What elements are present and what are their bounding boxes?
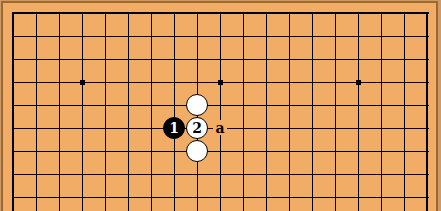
grid-line-vertical	[36, 12, 37, 211]
grid-line-vertical	[105, 12, 106, 211]
grid-line-vertical	[358, 12, 359, 211]
grid-line-horizontal	[12, 197, 429, 198]
grid-line-vertical	[426, 12, 428, 211]
grid-line-vertical	[312, 12, 313, 211]
grid-line-horizontal	[12, 174, 429, 175]
grid-line-horizontal	[12, 36, 429, 37]
grid-line-horizontal	[12, 59, 429, 60]
grid-line-vertical	[151, 12, 152, 211]
stone-number: 1	[169, 121, 179, 135]
stone-number: 2	[192, 121, 202, 135]
grid-line-vertical	[220, 12, 221, 211]
star-point	[218, 80, 223, 85]
grid-line-horizontal	[12, 151, 429, 152]
grid-line-vertical	[404, 12, 405, 211]
grid-line-vertical	[174, 12, 175, 211]
grid-line-vertical	[335, 12, 336, 211]
grid-line-vertical	[82, 12, 83, 211]
stone-white: 2	[186, 117, 208, 139]
star-point	[356, 80, 361, 85]
grid-line-horizontal	[12, 105, 429, 106]
stone-black: 1	[163, 117, 185, 139]
grid-line-vertical	[266, 12, 267, 211]
go-board: 12a	[0, 0, 441, 211]
grid-line-vertical	[128, 12, 129, 211]
stone-white	[186, 140, 208, 162]
grid-line-vertical	[12, 12, 14, 211]
grid-line-vertical	[59, 12, 60, 211]
star-point	[80, 80, 85, 85]
grid-line-vertical	[381, 12, 382, 211]
point-label-a: a	[213, 120, 227, 135]
grid-line-horizontal	[12, 12, 429, 14]
grid-line-vertical	[289, 12, 290, 211]
grid-line-vertical	[243, 12, 244, 211]
stone-white	[186, 94, 208, 116]
